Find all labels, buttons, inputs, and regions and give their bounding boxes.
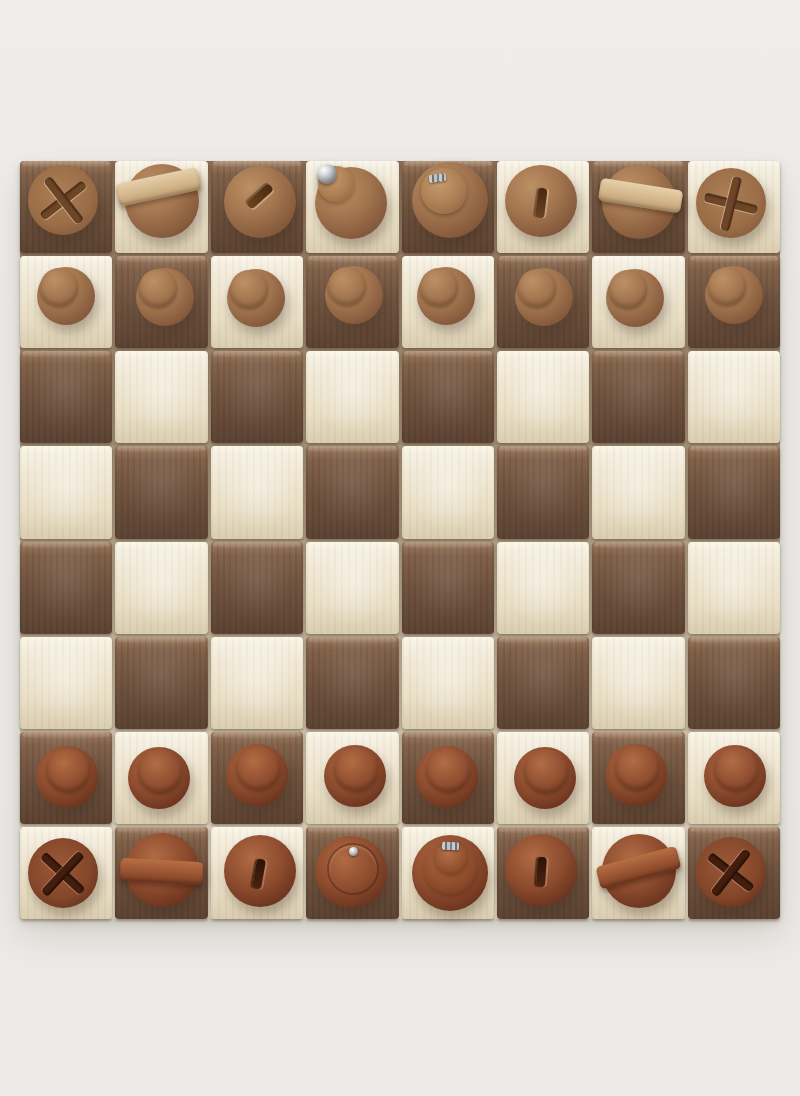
pawn-body: ♙ bbox=[128, 747, 190, 809]
pawn-body: ♙ bbox=[36, 746, 98, 808]
rook-cross-mark bbox=[682, 823, 780, 921]
square-e8[interactable]: ♚ bbox=[402, 161, 494, 253]
square-b1[interactable]: ♘ bbox=[115, 827, 207, 919]
pawn-body: ♙ bbox=[416, 746, 478, 808]
piece-black-rook[interactable]: ♜ bbox=[685, 157, 777, 249]
square-b4[interactable] bbox=[115, 542, 207, 634]
piece-white-rook[interactable]: ♖ bbox=[685, 826, 777, 918]
square-g2[interactable]: ♙ bbox=[592, 732, 684, 824]
pawn-body: ♟ bbox=[515, 268, 573, 326]
pawn-body: ♙ bbox=[226, 744, 288, 806]
square-g3[interactable] bbox=[592, 637, 684, 729]
square-d6[interactable] bbox=[306, 351, 398, 443]
square-d2[interactable]: ♙ bbox=[306, 732, 398, 824]
square-d8[interactable]: ♛ bbox=[306, 161, 398, 253]
pawn-body: ♟ bbox=[37, 267, 95, 325]
piece-white-queen[interactable]: ♕ bbox=[305, 826, 397, 918]
square-c4[interactable] bbox=[211, 542, 303, 634]
piece-black-pawn[interactable]: ♟ bbox=[210, 252, 302, 344]
pawn-body: ♙ bbox=[704, 745, 766, 807]
square-a2[interactable]: ♙ bbox=[20, 732, 112, 824]
piece-white-pawn[interactable]: ♙ bbox=[590, 729, 682, 821]
pawn-head bbox=[714, 747, 758, 791]
square-h8[interactable]: ♜ bbox=[688, 161, 780, 253]
rook-body: ♖ bbox=[696, 837, 766, 907]
rook-cross-mark bbox=[14, 823, 113, 922]
square-b6[interactable] bbox=[115, 351, 207, 443]
square-c5[interactable] bbox=[211, 446, 303, 538]
piece-white-pawn[interactable]: ♙ bbox=[211, 729, 303, 821]
pawn-body: ♙ bbox=[514, 747, 576, 809]
knight-band-mark bbox=[595, 846, 681, 890]
pawn-body: ♟ bbox=[325, 266, 383, 324]
square-f6[interactable] bbox=[497, 351, 589, 443]
square-h7[interactable]: ♟ bbox=[688, 256, 780, 348]
square-d1[interactable]: ♕ bbox=[306, 827, 398, 919]
rook-cross-mark bbox=[688, 161, 773, 246]
bishop-body: ♝ bbox=[224, 166, 296, 238]
square-b5[interactable] bbox=[115, 446, 207, 538]
knight-body: ♘ bbox=[602, 834, 676, 908]
product-photo-stage: ♜♞♝♛♚♝♞♜♟♟♟♟♟♟♟♟♙♙♙♙♙♙♙♙♖♘♗♕♔♗♘♖ bbox=[0, 0, 800, 1096]
king-body: ♔ bbox=[412, 835, 488, 911]
square-e3[interactable] bbox=[402, 637, 494, 729]
pawn-body: ♙ bbox=[324, 745, 386, 807]
square-g7[interactable]: ♟ bbox=[592, 256, 684, 348]
pawn-body: ♟ bbox=[136, 268, 194, 326]
piece-white-knight[interactable]: ♘ bbox=[593, 825, 685, 917]
square-e1[interactable]: ♔ bbox=[402, 827, 494, 919]
square-b2[interactable]: ♙ bbox=[115, 732, 207, 824]
square-f8[interactable]: ♝ bbox=[497, 161, 589, 253]
pawn-head bbox=[230, 270, 268, 308]
piece-black-king[interactable]: ♚ bbox=[404, 154, 496, 246]
square-f7[interactable]: ♟ bbox=[497, 256, 589, 348]
piece-black-rook[interactable]: ♜ bbox=[17, 154, 109, 246]
bishop-body: ♗ bbox=[505, 834, 577, 906]
square-a3[interactable] bbox=[20, 637, 112, 729]
square-a6[interactable] bbox=[20, 351, 112, 443]
pawn-head bbox=[334, 747, 378, 791]
piece-white-bishop[interactable]: ♗ bbox=[495, 824, 587, 916]
bishop-body: ♗ bbox=[224, 835, 296, 907]
square-g5[interactable] bbox=[592, 446, 684, 538]
knight-body: ♘ bbox=[125, 833, 199, 907]
square-c6[interactable] bbox=[211, 351, 303, 443]
square-a4[interactable] bbox=[20, 542, 112, 634]
pawn-head bbox=[46, 748, 90, 792]
square-c7[interactable]: ♟ bbox=[211, 256, 303, 348]
piece-white-pawn[interactable]: ♙ bbox=[401, 731, 493, 823]
rook-body: ♖ bbox=[28, 838, 98, 908]
pawn-head bbox=[518, 269, 556, 307]
piece-black-bishop[interactable]: ♝ bbox=[495, 155, 587, 247]
square-c2[interactable]: ♙ bbox=[211, 732, 303, 824]
piece-black-pawn[interactable]: ♟ bbox=[589, 252, 681, 344]
square-b8[interactable]: ♞ bbox=[115, 161, 207, 253]
pawn-head bbox=[236, 746, 280, 790]
bishop-slit-mark bbox=[246, 183, 274, 210]
queen-body: ♛ bbox=[315, 167, 387, 239]
pawn-head bbox=[139, 269, 177, 307]
piece-white-pawn[interactable]: ♙ bbox=[309, 730, 401, 822]
square-e7[interactable]: ♟ bbox=[402, 256, 494, 348]
square-d3[interactable] bbox=[306, 637, 398, 729]
piece-white-pawn[interactable]: ♙ bbox=[689, 730, 781, 822]
square-e4[interactable] bbox=[402, 542, 494, 634]
bishop-slit-mark bbox=[252, 858, 266, 889]
pawn-head bbox=[426, 748, 470, 792]
square-d4[interactable] bbox=[306, 542, 398, 634]
piece-white-king[interactable]: ♔ bbox=[404, 827, 496, 919]
piece-black-pawn[interactable]: ♟ bbox=[20, 250, 112, 342]
square-h6[interactable] bbox=[688, 351, 780, 443]
square-d7[interactable]: ♟ bbox=[306, 256, 398, 348]
square-g8[interactable]: ♞ bbox=[592, 161, 684, 253]
square-h1[interactable]: ♖ bbox=[688, 827, 780, 919]
pawn-body: ♟ bbox=[705, 266, 763, 324]
piece-black-pawn[interactable]: ♟ bbox=[688, 249, 780, 341]
pawn-head bbox=[138, 749, 182, 793]
square-h3[interactable] bbox=[688, 637, 780, 729]
square-g6[interactable] bbox=[592, 351, 684, 443]
square-b3[interactable] bbox=[115, 637, 207, 729]
piece-white-knight[interactable]: ♘ bbox=[115, 824, 207, 916]
queen-body: ♕ bbox=[315, 836, 387, 908]
piece-black-pawn[interactable]: ♟ bbox=[118, 251, 210, 343]
square-f4[interactable] bbox=[497, 542, 589, 634]
square-a7[interactable]: ♟ bbox=[20, 256, 112, 348]
piece-white-bishop[interactable]: ♗ bbox=[214, 825, 306, 917]
pawn-head bbox=[609, 270, 647, 308]
queen-chrome-dot-icon bbox=[349, 847, 358, 856]
pawn-head bbox=[40, 268, 78, 306]
square-g4[interactable] bbox=[592, 542, 684, 634]
pawn-body: ♟ bbox=[606, 269, 664, 327]
piece-white-pawn[interactable]: ♙ bbox=[112, 732, 204, 824]
pawn-head bbox=[708, 267, 746, 305]
square-g1[interactable]: ♘ bbox=[592, 827, 684, 919]
piece-white-pawn[interactable]: ♙ bbox=[499, 732, 591, 824]
square-c8[interactable]: ♝ bbox=[211, 161, 303, 253]
piece-black-pawn[interactable]: ♟ bbox=[498, 251, 590, 343]
piece-black-pawn[interactable]: ♟ bbox=[400, 250, 492, 342]
piece-black-pawn[interactable]: ♟ bbox=[308, 249, 400, 341]
square-a5[interactable] bbox=[20, 446, 112, 538]
bishop-slit-mark bbox=[535, 857, 546, 888]
rook-body: ♜ bbox=[28, 165, 98, 235]
king-body: ♚ bbox=[412, 162, 488, 238]
piece-black-bishop[interactable]: ♝ bbox=[214, 156, 306, 248]
knight-body: ♞ bbox=[602, 165, 676, 239]
bishop-slit-mark bbox=[535, 187, 548, 218]
square-h5[interactable] bbox=[688, 446, 780, 538]
square-e5[interactable] bbox=[402, 446, 494, 538]
piece-white-rook[interactable]: ♖ bbox=[17, 827, 109, 919]
pawn-body: ♟ bbox=[227, 269, 285, 327]
square-a8[interactable]: ♜ bbox=[20, 161, 112, 253]
square-f1[interactable]: ♗ bbox=[497, 827, 589, 919]
square-f3[interactable] bbox=[497, 637, 589, 729]
square-d5[interactable] bbox=[306, 446, 398, 538]
pawn-head bbox=[328, 267, 366, 305]
rook-body: ♜ bbox=[696, 168, 766, 238]
square-a1[interactable]: ♖ bbox=[20, 827, 112, 919]
square-b7[interactable]: ♟ bbox=[115, 256, 207, 348]
piece-black-knight[interactable]: ♞ bbox=[593, 156, 685, 248]
king-crown-band-icon bbox=[442, 841, 459, 850]
rook-cross-mark bbox=[14, 151, 112, 249]
square-f2[interactable]: ♙ bbox=[497, 732, 589, 824]
chess-board: ♜♞♝♛♚♝♞♜♟♟♟♟♟♟♟♟♙♙♙♙♙♙♙♙♖♘♗♕♔♗♘♖ bbox=[20, 161, 780, 919]
square-c1[interactable]: ♗ bbox=[211, 827, 303, 919]
knight-band-mark bbox=[116, 167, 202, 207]
knight-body: ♞ bbox=[125, 164, 199, 238]
bishop-body: ♝ bbox=[505, 165, 577, 237]
pawn-body: ♙ bbox=[605, 744, 667, 806]
knight-band-mark bbox=[598, 178, 683, 214]
square-h2[interactable]: ♙ bbox=[688, 732, 780, 824]
piece-black-knight[interactable]: ♞ bbox=[115, 155, 207, 247]
square-h4[interactable] bbox=[688, 542, 780, 634]
square-e6[interactable] bbox=[402, 351, 494, 443]
pawn-body: ♟ bbox=[417, 267, 475, 325]
queen-chrome-ball-icon bbox=[317, 164, 337, 184]
piece-black-queen[interactable]: ♛ bbox=[305, 157, 397, 249]
square-e2[interactable]: ♙ bbox=[402, 732, 494, 824]
knight-band-mark bbox=[120, 858, 204, 885]
pawn-head bbox=[420, 268, 458, 306]
pawn-head bbox=[615, 746, 659, 790]
square-c3[interactable] bbox=[211, 637, 303, 729]
square-f5[interactable] bbox=[497, 446, 589, 538]
piece-white-pawn[interactable]: ♙ bbox=[21, 731, 113, 823]
pawn-head bbox=[524, 749, 568, 793]
